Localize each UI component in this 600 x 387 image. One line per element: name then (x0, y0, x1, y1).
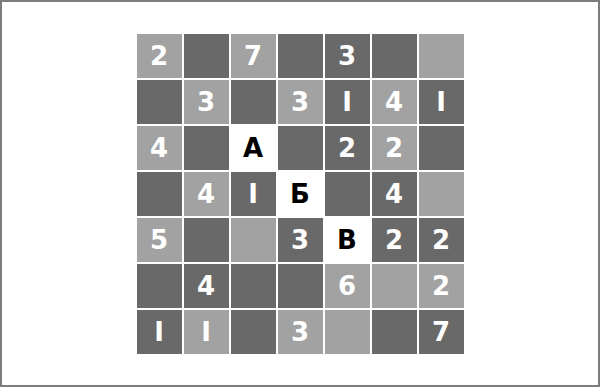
cell-r3c2 (184, 126, 229, 170)
cell-r6c6 (372, 264, 417, 308)
cell-r6c3 (231, 264, 276, 308)
cell-r7c2: I (184, 310, 229, 354)
cell-r7c5 (325, 310, 370, 354)
cell-r3c3: А (231, 126, 276, 170)
cell-r4c4: Б (278, 172, 323, 216)
puzzle-board: 27333I4I4А224IБ453В22462II37 (137, 34, 464, 354)
cell-r2c1 (137, 80, 182, 124)
cell-r4c1 (137, 172, 182, 216)
cell-r6c7: 2 (419, 264, 464, 308)
cell-r2c6: 4 (372, 80, 417, 124)
cell-r2c7: I (419, 80, 464, 124)
cell-r1c6 (372, 34, 417, 78)
page: 27333I4I4А224IБ453В22462II37 (0, 0, 600, 387)
cell-r4c3: I (231, 172, 276, 216)
cell-r7c3 (231, 310, 276, 354)
cell-r3c4 (278, 126, 323, 170)
cell-r3c6: 2 (372, 126, 417, 170)
cell-r3c1: 4 (137, 126, 182, 170)
cell-r7c7: 7 (419, 310, 464, 354)
cell-r5c3 (231, 218, 276, 262)
cell-r6c5: 6 (325, 264, 370, 308)
cell-r2c3 (231, 80, 276, 124)
cell-r6c1 (137, 264, 182, 308)
cell-r5c5: В (325, 218, 370, 262)
cell-r7c6 (372, 310, 417, 354)
cell-r4c6: 4 (372, 172, 417, 216)
cell-r1c1: 2 (137, 34, 182, 78)
cell-r3c5: 2 (325, 126, 370, 170)
cell-r6c4 (278, 264, 323, 308)
cell-r6c2: 4 (184, 264, 229, 308)
cell-r5c2 (184, 218, 229, 262)
cell-r7c4: 3 (278, 310, 323, 354)
cell-r4c2: 4 (184, 172, 229, 216)
cell-r7c1: I (137, 310, 182, 354)
cell-r5c6: 2 (372, 218, 417, 262)
cell-r5c4: 3 (278, 218, 323, 262)
cell-r4c7 (419, 172, 464, 216)
cell-r1c5: 3 (325, 34, 370, 78)
cell-r1c7 (419, 34, 464, 78)
cell-r4c5 (325, 172, 370, 216)
cell-r1c4 (278, 34, 323, 78)
cell-r1c3: 7 (231, 34, 276, 78)
cell-r2c4: 3 (278, 80, 323, 124)
cell-r2c2: 3 (184, 80, 229, 124)
cell-r3c7 (419, 126, 464, 170)
cell-r2c5: I (325, 80, 370, 124)
cell-r1c2 (184, 34, 229, 78)
cell-r5c1: 5 (137, 218, 182, 262)
cell-r5c7: 2 (419, 218, 464, 262)
